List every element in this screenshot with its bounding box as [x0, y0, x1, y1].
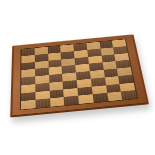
square-r7c2	[50, 97, 65, 107]
photo-background	[0, 0, 155, 155]
square-r7c0	[21, 100, 36, 110]
board-frame	[10, 34, 149, 117]
square-r7c1	[35, 99, 50, 109]
square-r7c4	[78, 94, 93, 104]
square-r7c5	[92, 93, 108, 103]
board-grid	[20, 39, 138, 111]
chessboard-rotation	[5, 2, 147, 144]
square-r7c7	[121, 90, 137, 100]
square-r7c6	[107, 92, 123, 102]
square-r7c3	[64, 96, 79, 106]
